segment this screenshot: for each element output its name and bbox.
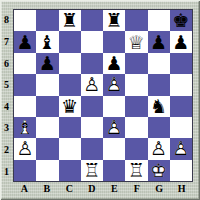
square-a2[interactable]: ♟♙: [14, 138, 36, 159]
square-d6[interactable]: [81, 53, 103, 74]
piece-black-king-h8[interactable]: ♚: [170, 10, 192, 31]
square-b8[interactable]: [36, 10, 58, 31]
square-b3[interactable]: [36, 117, 58, 138]
square-c6[interactable]: [59, 53, 81, 74]
rank-label-1: 1: [0, 160, 13, 182]
square-g4[interactable]: ♞: [148, 96, 170, 117]
square-d1[interactable]: ♜♖: [81, 160, 103, 181]
square-f5[interactable]: [125, 74, 147, 95]
piece-white-pawn-a2[interactable]: ♟♙: [14, 138, 36, 159]
white-piece-outline: ♕: [125, 31, 147, 52]
square-c8[interactable]: ♜: [59, 10, 81, 31]
rank-label-7: 7: [0, 31, 13, 53]
file-label-c: C: [58, 182, 81, 195]
piece-white-pawn-g2[interactable]: ♟♙: [148, 138, 170, 159]
square-d3[interactable]: [81, 117, 103, 138]
black-piece-glyph: ♜: [103, 10, 125, 31]
square-d2[interactable]: [81, 138, 103, 159]
file-label-a: A: [13, 182, 36, 195]
piece-white-pawn-e3[interactable]: ♟♙: [103, 117, 125, 138]
white-piece-outline: ♙: [148, 138, 170, 159]
square-h2[interactable]: ♟♙: [170, 138, 192, 159]
file-label-h: H: [171, 182, 194, 195]
file-label-f: F: [126, 182, 149, 195]
white-piece-outline: ♖: [81, 160, 103, 181]
square-h3[interactable]: [170, 117, 192, 138]
square-e4[interactable]: [103, 96, 125, 117]
square-f8[interactable]: [125, 10, 147, 31]
black-piece-glyph: ♞: [148, 96, 170, 117]
square-e5[interactable]: ♟♙: [103, 74, 125, 95]
square-h8[interactable]: ♚: [170, 10, 192, 31]
white-piece-outline: ♙: [81, 74, 103, 95]
square-h1[interactable]: [170, 160, 192, 181]
square-h5[interactable]: [170, 74, 192, 95]
white-piece-outline: ♗: [14, 117, 36, 138]
black-piece-glyph: ♟: [14, 31, 36, 52]
rank-label-4: 4: [0, 96, 13, 118]
white-piece-outline: ♖: [125, 160, 147, 181]
square-c3[interactable]: [59, 117, 81, 138]
square-c7[interactable]: [59, 31, 81, 52]
square-e2[interactable]: [103, 138, 125, 159]
black-piece-glyph: ♛: [59, 96, 81, 117]
square-b2[interactable]: [36, 138, 58, 159]
square-g6[interactable]: [148, 53, 170, 74]
piece-black-bishop-b7[interactable]: ♝: [36, 31, 58, 52]
white-piece-outline: ♙: [103, 74, 125, 95]
square-a8[interactable]: [14, 10, 36, 31]
square-f7[interactable]: ♛♕: [125, 31, 147, 52]
black-piece-glyph: ♟: [36, 53, 58, 74]
square-a7[interactable]: ♟: [14, 31, 36, 52]
piece-black-pawn-g7[interactable]: ♟: [148, 31, 170, 52]
file-label-g: G: [148, 182, 171, 195]
rank-label-5: 5: [0, 74, 13, 96]
square-h7[interactable]: ♟: [170, 31, 192, 52]
square-f3[interactable]: [125, 117, 147, 138]
white-piece-outline: ♔: [148, 160, 170, 181]
square-d4[interactable]: [81, 96, 103, 117]
board: ♜♜♚♟♝♛♕♟♟♟♟♟♙♟♙♛♞♝♗♟♙♟♙♟♙♟♙♜♖♜♖♚♔: [13, 9, 193, 182]
square-d7[interactable]: [81, 31, 103, 52]
square-g1[interactable]: ♚♔: [148, 160, 170, 181]
black-piece-glyph: ♚: [170, 10, 192, 31]
piece-black-rook-e8[interactable]: ♜: [103, 10, 125, 31]
black-piece-glyph: ♝: [36, 31, 58, 52]
file-label-d: D: [81, 182, 104, 195]
square-f1[interactable]: ♜♖: [125, 160, 147, 181]
square-b7[interactable]: ♝: [36, 31, 58, 52]
square-f4[interactable]: [125, 96, 147, 117]
square-e8[interactable]: ♜: [103, 10, 125, 31]
black-piece-glyph: ♟: [103, 53, 125, 74]
square-f6[interactable]: [125, 53, 147, 74]
rank-labels: 87654321: [0, 9, 13, 182]
square-e6[interactable]: ♟: [103, 53, 125, 74]
square-a3[interactable]: ♝♗: [14, 117, 36, 138]
square-c4[interactable]: ♛: [59, 96, 81, 117]
square-e3[interactable]: ♟♙: [103, 117, 125, 138]
piece-black-pawn-h7[interactable]: ♟: [170, 31, 192, 52]
rank-label-8: 8: [0, 9, 13, 31]
square-e7[interactable]: [103, 31, 125, 52]
black-piece-glyph: ♟: [148, 31, 170, 52]
piece-white-rook-d1[interactable]: ♜♖: [81, 160, 103, 181]
piece-white-pawn-e5[interactable]: ♟♙: [103, 74, 125, 95]
piece-black-knight-g4[interactable]: ♞: [148, 96, 170, 117]
square-g8[interactable]: [148, 10, 170, 31]
piece-white-pawn-d5[interactable]: ♟♙: [81, 74, 103, 95]
file-labels: ABCDEFGH: [13, 182, 193, 195]
piece-white-queen-f7[interactable]: ♛♕: [125, 31, 147, 52]
piece-white-pawn-h2[interactable]: ♟♙: [170, 138, 192, 159]
square-h6[interactable]: [170, 53, 192, 74]
square-b4[interactable]: [36, 96, 58, 117]
piece-black-rook-c8[interactable]: ♜: [59, 10, 81, 31]
rank-label-6: 6: [0, 52, 13, 74]
square-d5[interactable]: ♟♙: [81, 74, 103, 95]
square-c5[interactable]: [59, 74, 81, 95]
white-piece-outline: ♙: [103, 117, 125, 138]
square-g7[interactable]: ♟: [148, 31, 170, 52]
square-a1[interactable]: [14, 160, 36, 181]
square-e1[interactable]: [103, 160, 125, 181]
square-g5[interactable]: [148, 74, 170, 95]
black-piece-glyph: ♜: [59, 10, 81, 31]
square-c1[interactable]: [59, 160, 81, 181]
piece-black-pawn-e6[interactable]: ♟: [103, 53, 125, 74]
square-a5[interactable]: [14, 74, 36, 95]
square-f2[interactable]: [125, 138, 147, 159]
white-piece-outline: ♙: [14, 138, 36, 159]
piece-white-king-g1[interactable]: ♚♔: [148, 160, 170, 181]
piece-black-queen-c4[interactable]: ♛: [59, 96, 81, 117]
square-a6[interactable]: [14, 53, 36, 74]
square-d8[interactable]: [81, 10, 103, 31]
square-g2[interactable]: ♟♙: [148, 138, 170, 159]
piece-black-pawn-b6[interactable]: ♟: [36, 53, 58, 74]
square-g3[interactable]: [148, 117, 170, 138]
piece-white-rook-f1[interactable]: ♜♖: [125, 160, 147, 181]
square-b5[interactable]: [36, 74, 58, 95]
white-piece-outline: ♙: [170, 138, 192, 159]
file-label-b: B: [36, 182, 59, 195]
piece-white-bishop-a3[interactable]: ♝♗: [14, 117, 36, 138]
square-c2[interactable]: [59, 138, 81, 159]
rank-label-3: 3: [0, 117, 13, 139]
black-piece-glyph: ♟: [170, 31, 192, 52]
file-label-e: E: [103, 182, 126, 195]
board-frame: 87654321 ABCDEFGH ♜♜♚♟♝♛♕♟♟♟♟♟♙♟♙♛♞♝♗♟♙♟…: [0, 0, 200, 200]
rank-label-2: 2: [0, 139, 13, 161]
piece-black-pawn-a7[interactable]: ♟: [14, 31, 36, 52]
square-b1[interactable]: [36, 160, 58, 181]
square-a4[interactable]: [14, 96, 36, 117]
square-h4[interactable]: [170, 96, 192, 117]
square-b6[interactable]: ♟: [36, 53, 58, 74]
